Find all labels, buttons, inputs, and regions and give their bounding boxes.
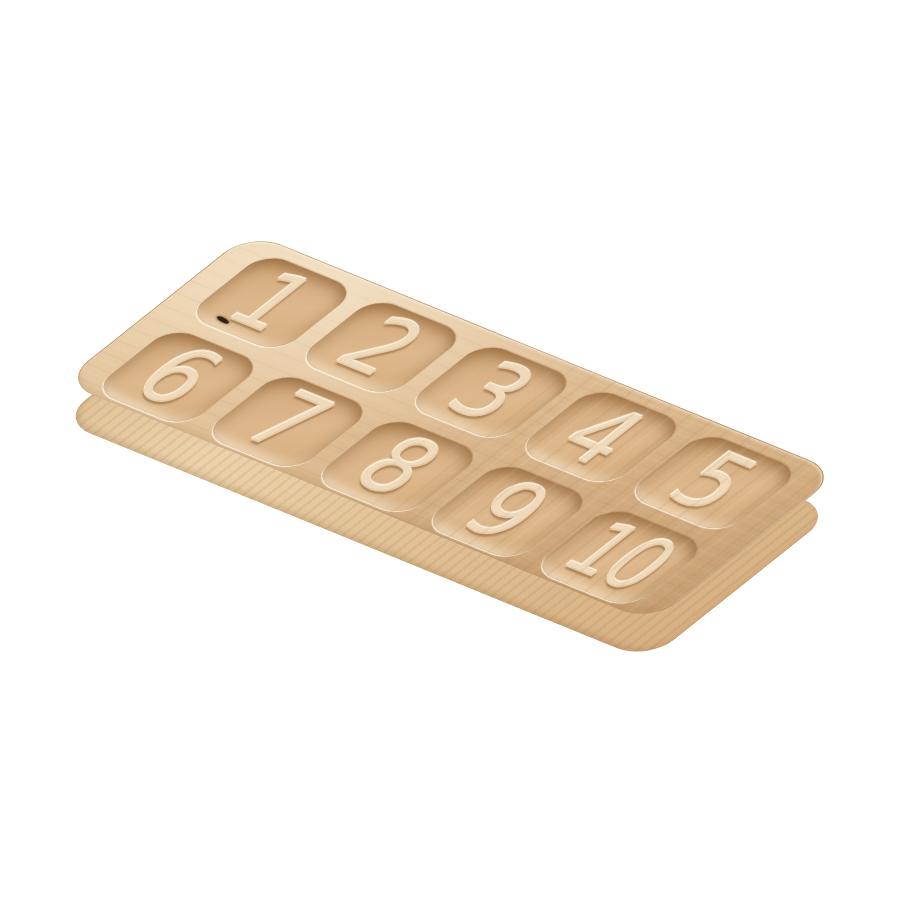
engraved-numeral-2: 2: [318, 306, 444, 388]
engraved-numeral-7: 7: [225, 381, 351, 463]
engraved-numeral-5: 5: [650, 442, 776, 524]
engraved-numeral-4: 4: [538, 396, 664, 478]
engraved-numeral-1: 1: [209, 262, 335, 344]
product-photo: 1 2 3 4 5 6 7 8 9: [0, 0, 899, 899]
engraved-numeral-6: 6: [115, 336, 241, 418]
engraved-numeral-8: 8: [334, 425, 460, 507]
engraved-numeral-10: 10: [548, 513, 692, 601]
engraved-numeral-3: 3: [428, 351, 554, 433]
engraved-numeral-9: 9: [444, 470, 570, 552]
